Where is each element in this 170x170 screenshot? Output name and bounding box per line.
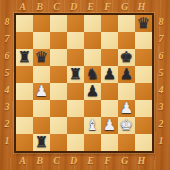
rank-label-6-right: 6 xyxy=(152,47,170,64)
square-h1[interactable] xyxy=(135,134,152,151)
square-e3[interactable] xyxy=(84,100,101,117)
rank-label-1-left: 1 xyxy=(0,132,14,149)
square-f3[interactable] xyxy=(101,100,118,117)
square-a7[interactable] xyxy=(16,32,33,49)
piece-black-knight[interactable]: ♞ xyxy=(86,66,99,83)
file-label-g-top: G xyxy=(116,0,133,13)
rank-label-6-left: 6 xyxy=(0,47,14,64)
file-label-c-bottom: C xyxy=(48,151,65,170)
square-e5[interactable]: ♞ xyxy=(84,66,101,83)
square-f6[interactable] xyxy=(101,49,118,66)
square-b5[interactable] xyxy=(33,66,50,83)
square-a8[interactable] xyxy=(16,15,33,32)
rank-label-5-left: 5 xyxy=(0,64,14,81)
square-c2[interactable] xyxy=(50,117,67,134)
square-g5[interactable]: ♟ xyxy=(118,66,135,83)
square-h5[interactable] xyxy=(135,66,152,83)
square-b8[interactable] xyxy=(33,15,50,32)
square-c1[interactable] xyxy=(50,134,67,151)
square-h6[interactable] xyxy=(135,49,152,66)
square-b3[interactable] xyxy=(33,100,50,117)
square-f4[interactable] xyxy=(101,83,118,100)
square-c4[interactable] xyxy=(50,83,67,100)
square-b1[interactable]: ♜ xyxy=(33,134,50,151)
square-d8[interactable] xyxy=(67,15,84,32)
square-e2[interactable]: ♝ xyxy=(84,117,101,134)
square-f8[interactable] xyxy=(101,15,118,32)
square-b7[interactable] xyxy=(33,32,50,49)
square-e4[interactable]: ♟ xyxy=(84,83,101,100)
piece-white-pawn[interactable]: ♟ xyxy=(120,100,133,117)
square-c6[interactable] xyxy=(50,49,67,66)
file-label-e-bottom: E xyxy=(82,151,99,170)
square-g1[interactable] xyxy=(118,134,135,151)
square-d2[interactable] xyxy=(67,117,84,134)
rank-label-3-left: 3 xyxy=(0,98,14,115)
rank-label-8-left: 8 xyxy=(0,13,14,30)
file-label-h-top: H xyxy=(133,0,150,13)
file-label-d-top: D xyxy=(65,0,82,13)
square-a3[interactable] xyxy=(16,100,33,117)
square-a1[interactable] xyxy=(16,134,33,151)
square-a4[interactable] xyxy=(16,83,33,100)
square-g8[interactable] xyxy=(118,15,135,32)
piece-black-pawn[interactable]: ♟ xyxy=(103,66,116,83)
square-f5[interactable]: ♟ xyxy=(101,66,118,83)
square-g3[interactable]: ♟ xyxy=(118,100,135,117)
rank-label-3-right: 3 xyxy=(152,98,170,115)
square-g4[interactable] xyxy=(118,83,135,100)
rank-label-1-right: 1 xyxy=(152,132,170,149)
square-f2[interactable]: ♟ xyxy=(101,117,118,134)
square-h8[interactable]: ♛ xyxy=(135,15,152,32)
square-g6[interactable]: ♚ xyxy=(118,49,135,66)
file-label-d-bottom: D xyxy=(65,151,82,170)
chess-board: ♛♜♛♚♜♞♟♟♟♟♟♝♟♚♜ xyxy=(14,13,154,153)
rank-label-2-right: 2 xyxy=(152,115,170,132)
square-e8[interactable] xyxy=(84,15,101,32)
file-label-b-bottom: B xyxy=(31,151,48,170)
square-g7[interactable] xyxy=(118,32,135,49)
square-c8[interactable] xyxy=(50,15,67,32)
piece-black-rook[interactable]: ♜ xyxy=(18,49,31,66)
square-a2[interactable] xyxy=(16,117,33,134)
file-label-a-bottom: A xyxy=(14,151,31,170)
square-c5[interactable] xyxy=(50,66,67,83)
piece-white-king[interactable]: ♚ xyxy=(120,117,133,134)
piece-white-bishop[interactable]: ♝ xyxy=(86,117,99,134)
square-c3[interactable] xyxy=(50,100,67,117)
file-label-f-top: F xyxy=(99,0,116,13)
square-d5[interactable]: ♜ xyxy=(67,66,84,83)
file-label-a-top: A xyxy=(14,0,31,13)
rank-label-7-left: 7 xyxy=(0,30,14,47)
square-f7[interactable] xyxy=(101,32,118,49)
piece-black-queen[interactable]: ♛ xyxy=(137,15,150,32)
square-d3[interactable] xyxy=(67,100,84,117)
square-e7[interactable] xyxy=(84,32,101,49)
rank-labels-left: 87654321 xyxy=(0,13,14,153)
chessboard-frame: ABCDEFGH ABCDEFGH 87654321 87654321 ♛♜♛♚… xyxy=(0,0,170,170)
rank-labels-right: 87654321 xyxy=(152,13,170,153)
piece-black-queen[interactable]: ♛ xyxy=(35,49,48,66)
piece-white-pawn[interactable]: ♟ xyxy=(103,117,116,134)
rank-label-2-left: 2 xyxy=(0,115,14,132)
rank-label-8-right: 8 xyxy=(152,13,170,30)
square-b4[interactable]: ♟ xyxy=(33,83,50,100)
square-h3[interactable] xyxy=(135,100,152,117)
file-label-e-top: E xyxy=(82,0,99,13)
square-h4[interactable] xyxy=(135,83,152,100)
square-b6[interactable]: ♛ xyxy=(33,49,50,66)
square-a5[interactable] xyxy=(16,66,33,83)
square-h7[interactable] xyxy=(135,32,152,49)
rank-label-4-right: 4 xyxy=(152,81,170,98)
square-a6[interactable]: ♜ xyxy=(16,49,33,66)
square-f1[interactable] xyxy=(101,134,118,151)
file-label-g-bottom: G xyxy=(116,151,133,170)
square-g2[interactable]: ♚ xyxy=(118,117,135,134)
square-e1[interactable] xyxy=(84,134,101,151)
file-labels-bottom: ABCDEFGH xyxy=(14,151,154,170)
file-label-h-bottom: H xyxy=(133,151,150,170)
file-label-f-bottom: F xyxy=(99,151,116,170)
square-d4[interactable] xyxy=(67,83,84,100)
square-d6[interactable] xyxy=(67,49,84,66)
square-c7[interactable] xyxy=(50,32,67,49)
piece-white-pawn[interactable]: ♟ xyxy=(35,83,48,100)
rank-label-4-left: 4 xyxy=(0,81,14,98)
square-b2[interactable] xyxy=(33,117,50,134)
square-e6[interactable] xyxy=(84,49,101,66)
square-d1[interactable] xyxy=(67,134,84,151)
piece-black-rook[interactable]: ♜ xyxy=(35,134,48,151)
file-labels-top: ABCDEFGH xyxy=(14,0,154,13)
rank-label-5-right: 5 xyxy=(152,64,170,81)
piece-black-pawn[interactable]: ♟ xyxy=(120,66,133,83)
file-label-c-top: C xyxy=(48,0,65,13)
file-label-b-top: B xyxy=(31,0,48,13)
piece-black-pawn[interactable]: ♟ xyxy=(86,83,99,100)
square-d7[interactable] xyxy=(67,32,84,49)
piece-black-rook[interactable]: ♜ xyxy=(69,66,82,83)
rank-label-7-right: 7 xyxy=(152,30,170,47)
square-h2[interactable] xyxy=(135,117,152,134)
piece-black-king[interactable]: ♚ xyxy=(120,49,133,66)
